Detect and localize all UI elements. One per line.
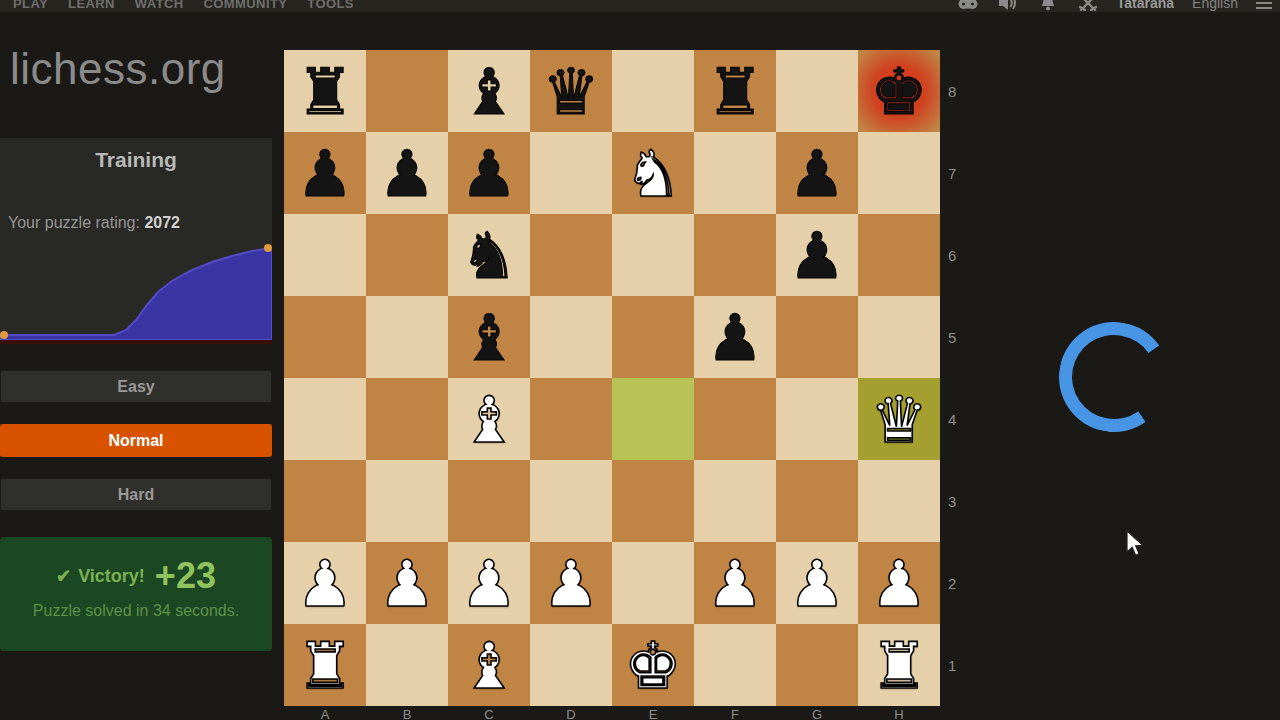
black-pawn: ♟: [776, 132, 858, 214]
square-c5[interactable]: ♝: [448, 296, 530, 378]
square-g7[interactable]: ♟: [776, 132, 858, 214]
square-a8[interactable]: ♜: [284, 50, 366, 132]
square-e8[interactable]: [612, 50, 694, 132]
nav-tools[interactable]: TOOLS: [307, 0, 354, 11]
square-g4[interactable]: [776, 378, 858, 460]
rank-label: 5: [948, 296, 956, 378]
square-d4[interactable]: [530, 378, 612, 460]
square-f5[interactable]: ♟: [694, 296, 776, 378]
rank-coordinates: 8 7 6 5 4 3 2 1: [948, 50, 956, 706]
white-king: ♚: [612, 624, 694, 706]
black-pawn: ♟: [448, 132, 530, 214]
rank-label: 7: [948, 132, 956, 214]
square-d8[interactable]: ♛: [530, 50, 612, 132]
black-pawn: ♟: [776, 214, 858, 296]
file-coordinates: A B C D E F G H: [284, 707, 940, 720]
black-queen: ♛: [530, 50, 612, 132]
square-a6[interactable]: [284, 214, 366, 296]
puzzle-rating: Your puzzle rating: 2072: [8, 214, 180, 232]
square-c3[interactable]: [448, 460, 530, 542]
white-pawn: ♟: [776, 542, 858, 624]
square-d5[interactable]: [530, 296, 612, 378]
check-icon: ✔: [56, 565, 71, 587]
black-rook: ♜: [284, 50, 366, 132]
lichess-logo[interactable]: lichess.org: [10, 44, 226, 94]
file-label: E: [612, 707, 694, 720]
square-d3[interactable]: [530, 460, 612, 542]
square-b3[interactable]: [366, 460, 448, 542]
black-bishop: ♝: [448, 50, 530, 132]
square-h8[interactable]: ♚: [858, 50, 940, 132]
black-pawn: ♟: [366, 132, 448, 214]
square-e1[interactable]: ♚: [612, 624, 694, 706]
nav-community[interactable]: COMMUNITY: [204, 0, 288, 11]
lichess-training-page: { "nav": { "items": ["PLAY", "LEARN", "W…: [0, 0, 1280, 720]
square-a7[interactable]: ♟: [284, 132, 366, 214]
white-bishop: ♝: [448, 624, 530, 706]
black-king: ♚: [858, 50, 940, 132]
square-e2[interactable]: [612, 542, 694, 624]
square-e3[interactable]: [612, 460, 694, 542]
square-a2[interactable]: ♟: [284, 542, 366, 624]
square-c1[interactable]: ♝: [448, 624, 530, 706]
white-knight: ♞: [612, 132, 694, 214]
square-b5[interactable]: [366, 296, 448, 378]
square-a3[interactable]: [284, 460, 366, 542]
file-label: A: [284, 707, 366, 720]
square-f6[interactable]: [694, 214, 776, 296]
training-panel: Training Your puzzle rating: 2072: [0, 138, 272, 344]
main-menu: PLAY LEARN WATCH COMMUNITY TOOLS: [13, 0, 354, 11]
square-d7[interactable]: [530, 132, 612, 214]
language-selector[interactable]: English: [1192, 0, 1238, 11]
black-knight: ♞: [448, 214, 530, 296]
nav-watch[interactable]: WATCH: [135, 0, 184, 11]
square-b7[interactable]: ♟: [366, 132, 448, 214]
square-b6[interactable]: [366, 214, 448, 296]
square-c8[interactable]: ♝: [448, 50, 530, 132]
controller-icon[interactable]: [957, 0, 979, 12]
file-label: H: [858, 707, 940, 720]
username[interactable]: Tatarana: [1117, 0, 1174, 11]
nav-play[interactable]: PLAY: [13, 0, 48, 11]
nav-learn[interactable]: LEARN: [68, 0, 115, 11]
square-c7[interactable]: ♟: [448, 132, 530, 214]
rank-label: 8: [948, 50, 956, 132]
rank-label: 1: [948, 624, 956, 706]
easy-button[interactable]: Easy: [0, 370, 272, 403]
square-g3[interactable]: [776, 460, 858, 542]
square-e5[interactable]: [612, 296, 694, 378]
white-queen: ♛: [858, 378, 940, 460]
rank-label: 3: [948, 460, 956, 542]
square-f3[interactable]: [694, 460, 776, 542]
rating-delta: +23: [155, 559, 216, 593]
hard-button[interactable]: Hard: [0, 478, 272, 511]
menu-icon[interactable]: [1256, 0, 1272, 9]
file-label: D: [530, 707, 612, 720]
file-label: C: [448, 707, 530, 720]
square-e7[interactable]: ♞: [612, 132, 694, 214]
square-d2[interactable]: ♟: [530, 542, 612, 624]
white-pawn: ♟: [448, 542, 530, 624]
black-pawn: ♟: [284, 132, 366, 214]
mouse-cursor: [1126, 530, 1146, 560]
square-g6[interactable]: ♟: [776, 214, 858, 296]
loading-spinner: [1050, 313, 1177, 440]
white-pawn: ♟: [366, 542, 448, 624]
square-g8[interactable]: [776, 50, 858, 132]
square-g5[interactable]: [776, 296, 858, 378]
square-e6[interactable]: [612, 214, 694, 296]
white-rook: ♜: [858, 624, 940, 706]
puzzle-rating-value: 2072: [144, 214, 180, 231]
square-g1[interactable]: [776, 624, 858, 706]
training-title: Training: [0, 138, 272, 172]
square-a4[interactable]: [284, 378, 366, 460]
rating-history-chart: [0, 240, 272, 340]
victory-panel: ✔ Victory! +23 Puzzle solved in 34 secon…: [0, 537, 272, 651]
white-bishop: ♝: [448, 378, 530, 460]
white-pawn: ♟: [858, 542, 940, 624]
challenges-icon[interactable]: [1077, 0, 1099, 12]
square-h3[interactable]: [858, 460, 940, 542]
black-bishop: ♝: [448, 296, 530, 378]
square-h4[interactable]: ♛: [858, 378, 940, 460]
black-rook: ♜: [694, 50, 776, 132]
square-b4[interactable]: [366, 378, 448, 460]
notifications-icon[interactable]: [1037, 0, 1059, 12]
square-b1[interactable]: [366, 624, 448, 706]
square-c2[interactable]: ♟: [448, 542, 530, 624]
white-pawn: ♟: [694, 542, 776, 624]
square-c4[interactable]: ♝: [448, 378, 530, 460]
square-f1[interactable]: [694, 624, 776, 706]
square-h7[interactable]: [858, 132, 940, 214]
square-e4[interactable]: [612, 378, 694, 460]
square-a1[interactable]: ♜: [284, 624, 366, 706]
victory-subtitle: Puzzle solved in 34 seconds.: [33, 602, 239, 620]
square-f7[interactable]: [694, 132, 776, 214]
square-b2[interactable]: ♟: [366, 542, 448, 624]
square-h6[interactable]: [858, 214, 940, 296]
victory-label: Victory!: [78, 566, 145, 587]
square-d6[interactable]: [530, 214, 612, 296]
file-label: G: [776, 707, 858, 720]
square-f2[interactable]: ♟: [694, 542, 776, 624]
file-label: F: [694, 707, 776, 720]
square-h5[interactable]: [858, 296, 940, 378]
square-h2[interactable]: ♟: [858, 542, 940, 624]
square-f8[interactable]: ♜: [694, 50, 776, 132]
normal-button[interactable]: Normal: [0, 424, 272, 457]
square-g2[interactable]: ♟: [776, 542, 858, 624]
square-b8[interactable]: [366, 50, 448, 132]
white-pawn: ♟: [530, 542, 612, 624]
rank-label: 4: [948, 378, 956, 460]
square-c6[interactable]: ♞: [448, 214, 530, 296]
white-pawn: ♟: [284, 542, 366, 624]
square-a5[interactable]: [284, 296, 366, 378]
file-label: B: [366, 707, 448, 720]
chess-board: ♜♝♛♜♚♟♟♟♞♟♞♟♝♟♝♛♟♟♟♟♟♟♟♜♝♚♜: [284, 50, 940, 706]
black-pawn: ♟: [694, 296, 776, 378]
rank-label: 6: [948, 214, 956, 296]
white-rook: ♜: [284, 624, 366, 706]
sound-icon[interactable]: [997, 0, 1019, 12]
square-h1[interactable]: ♜: [858, 624, 940, 706]
square-f4[interactable]: [694, 378, 776, 460]
top-navbar: PLAY LEARN WATCH COMMUNITY TOOLS: [0, 0, 1280, 12]
puzzle-rating-label: Your puzzle rating:: [8, 214, 140, 231]
square-d1[interactable]: [530, 624, 612, 706]
rank-label: 2: [948, 542, 956, 624]
